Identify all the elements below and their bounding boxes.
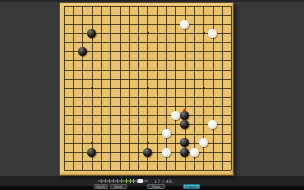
grid-line: [64, 51, 231, 52]
star-point: [147, 142, 149, 144]
slider-tick: [126, 179, 127, 182]
star-point: [91, 87, 93, 89]
stone-black[interactable]: [87, 148, 96, 157]
grid-line: [64, 24, 231, 25]
stone-black[interactable]: [87, 29, 96, 38]
grid-line: [64, 124, 231, 125]
stone-white[interactable]: [208, 29, 217, 38]
slider-tick: [117, 179, 118, 182]
grid-line: [64, 15, 231, 16]
grid-line: [64, 70, 231, 71]
slider-tick: [101, 179, 102, 182]
nav-back-button[interactable]: Back: [94, 184, 109, 189]
grid-line: [64, 60, 231, 61]
slider-tick: [109, 179, 110, 182]
stone-black[interactable]: [180, 120, 189, 129]
go-board[interactable]: [59, 2, 234, 176]
grid-line: [64, 6, 231, 7]
move-counter: 17 / 45: [154, 179, 172, 184]
grid-line: [64, 79, 231, 80]
grid-line: [64, 170, 231, 171]
slider-tick: [113, 179, 114, 182]
star-point: [91, 142, 93, 144]
slider-tick: [105, 179, 106, 182]
stone-white[interactable]: [208, 120, 217, 129]
stone-white[interactable]: [180, 20, 189, 29]
slider-tick: [121, 179, 122, 182]
star-point: [147, 87, 149, 89]
stone-black[interactable]: [180, 138, 189, 147]
grid-line: [64, 134, 231, 135]
slider-tick: [130, 179, 131, 182]
stone-white[interactable]: [190, 148, 199, 157]
grid-line: [64, 106, 231, 107]
submit-button[interactable]: Submit: [183, 184, 200, 189]
stone-white[interactable]: [199, 138, 208, 147]
stone-black[interactable]: [78, 47, 87, 56]
stone-white[interactable]: [162, 129, 171, 138]
pass-button[interactable]: Pass: [147, 184, 165, 189]
slider-handle[interactable]: [138, 179, 143, 184]
star-point: [203, 87, 205, 89]
grid-line: [64, 161, 231, 162]
slider-tick: [133, 179, 134, 182]
stone-white[interactable]: [162, 148, 171, 157]
grid-line: [64, 42, 231, 43]
last-move-marker: [183, 109, 186, 112]
stone-white[interactable]: [171, 111, 180, 120]
stone-black[interactable]: [180, 111, 189, 120]
stone-black[interactable]: [180, 148, 189, 157]
grid-line: [64, 97, 231, 98]
page-background: 17 / 45 BackNextPassSubmit: [0, 0, 304, 190]
stone-black[interactable]: [143, 148, 152, 157]
nav-forward-button[interactable]: Next: [110, 184, 127, 189]
grid-line: [64, 115, 231, 116]
